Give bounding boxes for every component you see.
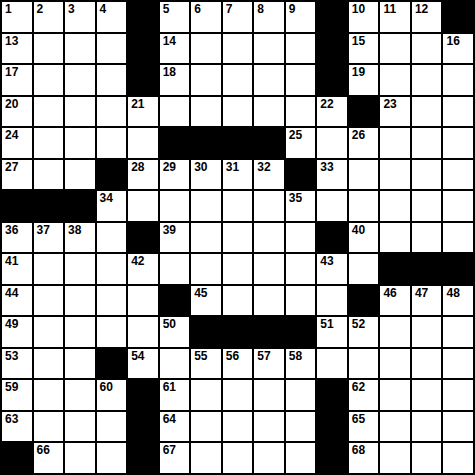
clue-number: 35 — [289, 191, 302, 205]
cell-r13c9[interactable] — [254, 380, 284, 410]
cell-r12c5[interactable]: 54 — [128, 349, 158, 379]
clue-number: 54 — [131, 349, 144, 363]
cell-r5c12[interactable]: 26 — [349, 128, 379, 158]
clue-number: 6 — [194, 2, 201, 16]
cell-r3c15[interactable] — [443, 65, 473, 95]
cell-r15c6[interactable]: 67 — [160, 443, 190, 473]
cell-r14c12[interactable]: 65 — [349, 412, 379, 442]
cell-r4c14[interactable] — [412, 97, 442, 127]
cell-r6c6[interactable]: 29 — [160, 160, 190, 190]
clue-number: 66 — [37, 443, 50, 457]
cell-r11c13[interactable] — [380, 317, 410, 347]
cell-r11c12[interactable]: 52 — [349, 317, 379, 347]
clue-number: 63 — [5, 412, 18, 426]
cell-r3c7[interactable] — [191, 65, 221, 95]
cell-r10c9[interactable] — [254, 286, 284, 316]
cell-r2c13[interactable] — [380, 34, 410, 64]
cell-r10c7[interactable]: 45 — [191, 286, 221, 316]
cell-r2c10[interactable] — [286, 34, 316, 64]
cell-r14c8[interactable] — [223, 412, 253, 442]
cell-r4c9[interactable] — [254, 97, 284, 127]
clue-number: 52 — [352, 317, 365, 331]
cell-r11c1[interactable]: 49 — [2, 317, 32, 347]
clue-number: 11 — [383, 2, 396, 16]
cell-r8c3[interactable]: 38 — [65, 223, 95, 253]
black-cell-r11c8 — [223, 317, 253, 347]
cell-r10c13[interactable]: 46 — [380, 286, 410, 316]
cell-r2c4[interactable] — [97, 34, 127, 64]
clue-number: 25 — [289, 128, 302, 142]
cell-r10c1[interactable]: 44 — [2, 286, 32, 316]
cell-r6c11[interactable]: 33 — [317, 160, 347, 190]
cell-r9c2[interactable] — [34, 254, 64, 284]
cell-r3c9[interactable] — [254, 65, 284, 95]
cell-r14c2[interactable] — [34, 412, 64, 442]
black-cell-r15c11 — [317, 443, 347, 473]
clue-number: 26 — [352, 128, 365, 142]
cell-r1c9[interactable]: 8 — [254, 2, 284, 32]
cell-r8c6[interactable]: 39 — [160, 223, 190, 253]
cell-r15c10[interactable] — [286, 443, 316, 473]
cell-r9c7[interactable] — [191, 254, 221, 284]
clue-number: 2 — [37, 2, 44, 16]
black-cell-r13c5 — [128, 380, 158, 410]
cell-r9c8[interactable] — [223, 254, 253, 284]
clue-number: 1 — [5, 2, 12, 16]
black-cell-r3c5 — [128, 65, 158, 95]
clue-number: 36 — [5, 223, 18, 237]
cell-r7c14[interactable] — [412, 191, 442, 221]
clue-number: 33 — [320, 160, 333, 174]
cell-r7c13[interactable] — [380, 191, 410, 221]
cell-r15c15[interactable] — [443, 443, 473, 473]
clue-number: 18 — [163, 65, 176, 79]
cell-r5c11[interactable] — [317, 128, 347, 158]
cell-r6c7[interactable]: 30 — [191, 160, 221, 190]
black-cell-r15c5 — [128, 443, 158, 473]
cell-r7c9[interactable] — [254, 191, 284, 221]
cell-r9c1[interactable]: 41 — [2, 254, 32, 284]
clue-number: 3 — [68, 2, 75, 16]
black-cell-r1c5 — [128, 2, 158, 32]
black-cell-r2c11 — [317, 34, 347, 64]
clue-number: 22 — [320, 97, 333, 111]
black-cell-r10c12 — [349, 286, 379, 316]
cell-r3c12[interactable]: 19 — [349, 65, 379, 95]
cell-r14c1[interactable]: 63 — [2, 412, 32, 442]
cell-r1c10[interactable]: 9 — [286, 2, 316, 32]
clue-number: 51 — [320, 317, 333, 331]
cell-r7c7[interactable] — [191, 191, 221, 221]
clue-number: 37 — [37, 223, 50, 237]
cell-r5c4[interactable] — [97, 128, 127, 158]
cell-r9c12[interactable] — [349, 254, 379, 284]
cell-r6c15[interactable] — [443, 160, 473, 190]
black-cell-r9c13 — [380, 254, 410, 284]
clue-number: 53 — [5, 349, 18, 363]
black-cell-r6c4 — [97, 160, 127, 190]
cell-r10c11[interactable] — [317, 286, 347, 316]
clue-number: 34 — [100, 191, 113, 205]
cell-r4c5[interactable]: 21 — [128, 97, 158, 127]
black-cell-r6c10 — [286, 160, 316, 190]
cell-r9c6[interactable] — [160, 254, 190, 284]
cell-r4c11[interactable]: 22 — [317, 97, 347, 127]
cell-r15c12[interactable]: 68 — [349, 443, 379, 473]
cell-r2c7[interactable] — [191, 34, 221, 64]
cell-r12c13[interactable] — [380, 349, 410, 379]
cell-r6c5[interactable]: 28 — [128, 160, 158, 190]
clue-number: 17 — [5, 65, 18, 79]
cell-r13c14[interactable] — [412, 380, 442, 410]
cell-r3c6[interactable]: 18 — [160, 65, 190, 95]
cell-r12c11[interactable] — [317, 349, 347, 379]
cell-r12c10[interactable]: 58 — [286, 349, 316, 379]
cell-r2c2[interactable] — [34, 34, 64, 64]
cell-r10c2[interactable] — [34, 286, 64, 316]
black-cell-r14c11 — [317, 412, 347, 442]
clue-number: 20 — [5, 97, 18, 111]
cell-r10c4[interactable] — [97, 286, 127, 316]
cell-r14c9[interactable] — [254, 412, 284, 442]
black-cell-r1c11 — [317, 2, 347, 32]
cell-r14c7[interactable] — [191, 412, 221, 442]
cell-r12c6[interactable] — [160, 349, 190, 379]
black-cell-r8c5 — [128, 223, 158, 253]
black-cell-r5c9 — [254, 128, 284, 158]
cell-r14c3[interactable] — [65, 412, 95, 442]
cell-r1c2[interactable]: 2 — [34, 2, 64, 32]
cell-r13c2[interactable] — [34, 380, 64, 410]
cell-r13c12[interactable]: 62 — [349, 380, 379, 410]
cell-r4c2[interactable] — [34, 97, 64, 127]
cell-r10c8[interactable] — [223, 286, 253, 316]
clue-number: 28 — [131, 160, 144, 174]
cell-r13c7[interactable] — [191, 380, 221, 410]
clue-number: 60 — [100, 380, 113, 394]
cell-r15c14[interactable] — [412, 443, 442, 473]
cell-r15c2[interactable]: 66 — [34, 443, 64, 473]
cell-r2c15[interactable]: 16 — [443, 34, 473, 64]
black-cell-r3c11 — [317, 65, 347, 95]
cell-r8c12[interactable]: 40 — [349, 223, 379, 253]
black-cell-r5c8 — [223, 128, 253, 158]
clue-number: 12 — [415, 2, 428, 16]
cell-r5c14[interactable] — [412, 128, 442, 158]
cell-r1c1[interactable]: 1 — [2, 2, 32, 32]
black-cell-r10c6 — [160, 286, 190, 316]
cell-r4c10[interactable] — [286, 97, 316, 127]
clue-number: 8 — [257, 2, 264, 16]
cell-r8c7[interactable] — [191, 223, 221, 253]
cell-r8c2[interactable]: 37 — [34, 223, 64, 253]
cell-r4c1[interactable]: 20 — [2, 97, 32, 127]
cell-r7c11[interactable] — [317, 191, 347, 221]
clue-number: 43 — [320, 254, 333, 268]
cell-r7c5[interactable] — [128, 191, 158, 221]
cell-r9c3[interactable] — [65, 254, 95, 284]
cell-r15c7[interactable] — [191, 443, 221, 473]
clue-number: 7 — [226, 2, 233, 16]
clue-number: 44 — [5, 286, 18, 300]
cell-r12c9[interactable]: 57 — [254, 349, 284, 379]
black-cell-r9c15 — [443, 254, 473, 284]
cell-r12c15[interactable] — [443, 349, 473, 379]
cell-r15c8[interactable] — [223, 443, 253, 473]
black-cell-r1c15 — [443, 2, 473, 32]
clue-number: 46 — [383, 286, 396, 300]
cell-r5c3[interactable] — [65, 128, 95, 158]
cell-r14c14[interactable] — [412, 412, 442, 442]
cell-r11c6[interactable]: 50 — [160, 317, 190, 347]
cell-r8c14[interactable] — [412, 223, 442, 253]
cell-r8c1[interactable]: 36 — [2, 223, 32, 253]
cell-r2c12[interactable]: 15 — [349, 34, 379, 64]
cell-r4c8[interactable] — [223, 97, 253, 127]
cell-r4c3[interactable] — [65, 97, 95, 127]
cell-r6c14[interactable] — [412, 160, 442, 190]
cell-r13c8[interactable] — [223, 380, 253, 410]
cell-r6c9[interactable]: 32 — [254, 160, 284, 190]
cell-r15c9[interactable] — [254, 443, 284, 473]
cell-r1c7[interactable]: 6 — [191, 2, 221, 32]
cell-r10c14[interactable]: 47 — [412, 286, 442, 316]
cell-r13c6[interactable]: 61 — [160, 380, 190, 410]
cell-r3c3[interactable] — [65, 65, 95, 95]
cell-r5c13[interactable] — [380, 128, 410, 158]
cell-r5c10[interactable]: 25 — [286, 128, 316, 158]
cell-r4c15[interactable] — [443, 97, 473, 127]
clue-number: 55 — [194, 349, 207, 363]
clue-number: 10 — [352, 2, 365, 16]
cell-r1c3[interactable]: 3 — [65, 2, 95, 32]
clue-number: 65 — [352, 412, 365, 426]
cell-r5c15[interactable] — [443, 128, 473, 158]
clue-number: 59 — [5, 380, 18, 394]
black-cell-r5c6 — [160, 128, 190, 158]
clue-number: 30 — [194, 160, 207, 174]
cell-r9c9[interactable] — [254, 254, 284, 284]
cell-r11c3[interactable] — [65, 317, 95, 347]
cell-r2c9[interactable] — [254, 34, 284, 64]
clue-number: 5 — [163, 2, 170, 16]
cell-r12c12[interactable] — [349, 349, 379, 379]
cell-r12c1[interactable]: 53 — [2, 349, 32, 379]
clue-number: 49 — [5, 317, 18, 331]
cell-r6c13[interactable] — [380, 160, 410, 190]
cell-r8c10[interactable] — [286, 223, 316, 253]
clue-number: 58 — [289, 349, 302, 363]
cell-r8c13[interactable] — [380, 223, 410, 253]
cell-r11c15[interactable] — [443, 317, 473, 347]
black-cell-r14c5 — [128, 412, 158, 442]
cell-r6c1[interactable]: 27 — [2, 160, 32, 190]
clue-number: 39 — [163, 223, 176, 237]
cell-r8c4[interactable] — [97, 223, 127, 253]
clue-number: 16 — [446, 34, 459, 48]
cell-r5c1[interactable]: 24 — [2, 128, 32, 158]
black-cell-r7c1 — [2, 191, 32, 221]
cell-r12c14[interactable] — [412, 349, 442, 379]
black-cell-r11c9 — [254, 317, 284, 347]
cell-r1c8[interactable]: 7 — [223, 2, 253, 32]
cell-r3c8[interactable] — [223, 65, 253, 95]
cell-r4c6[interactable] — [160, 97, 190, 127]
clue-number: 45 — [194, 286, 207, 300]
cell-r3c4[interactable] — [97, 65, 127, 95]
cell-r12c2[interactable] — [34, 349, 64, 379]
cell-r7c4[interactable]: 34 — [97, 191, 127, 221]
cell-r13c3[interactable] — [65, 380, 95, 410]
cell-r15c13[interactable] — [380, 443, 410, 473]
black-cell-r9c14 — [412, 254, 442, 284]
clue-number: 14 — [163, 34, 176, 48]
cell-r14c4[interactable] — [97, 412, 127, 442]
clue-number: 47 — [415, 286, 428, 300]
cell-r2c14[interactable] — [412, 34, 442, 64]
black-cell-r15c1 — [2, 443, 32, 473]
black-cell-r4c12 — [349, 97, 379, 127]
black-cell-r11c10 — [286, 317, 316, 347]
black-cell-r2c5 — [128, 34, 158, 64]
cell-r13c15[interactable] — [443, 380, 473, 410]
black-cell-r12c4 — [97, 349, 127, 379]
cell-r3c1[interactable]: 17 — [2, 65, 32, 95]
clue-number: 50 — [163, 317, 176, 331]
clue-number: 19 — [352, 65, 365, 79]
cell-r13c10[interactable] — [286, 380, 316, 410]
cell-r4c13[interactable]: 23 — [380, 97, 410, 127]
clue-number: 64 — [163, 412, 176, 426]
clue-number: 23 — [383, 97, 396, 111]
cell-r14c15[interactable] — [443, 412, 473, 442]
cell-r8c15[interactable] — [443, 223, 473, 253]
cell-r2c3[interactable] — [65, 34, 95, 64]
black-cell-r5c7 — [191, 128, 221, 158]
clue-number: 41 — [5, 254, 18, 268]
clue-number: 9 — [289, 2, 296, 16]
cell-r8c9[interactable] — [254, 223, 284, 253]
cell-r15c3[interactable] — [65, 443, 95, 473]
cell-r2c6[interactable]: 14 — [160, 34, 190, 64]
clue-number: 62 — [352, 380, 365, 394]
cell-r3c10[interactable] — [286, 65, 316, 95]
cell-r11c4[interactable] — [97, 317, 127, 347]
clue-number: 13 — [5, 34, 18, 48]
cell-r6c8[interactable]: 31 — [223, 160, 253, 190]
clue-number: 27 — [5, 160, 18, 174]
cell-r14c10[interactable] — [286, 412, 316, 442]
cell-r13c13[interactable] — [380, 380, 410, 410]
black-cell-r11c7 — [191, 317, 221, 347]
cell-r10c10[interactable] — [286, 286, 316, 316]
clue-number: 48 — [446, 286, 459, 300]
clue-number: 29 — [163, 160, 176, 174]
clue-number: 68 — [352, 443, 365, 457]
clue-number: 21 — [131, 97, 144, 111]
clue-number: 67 — [163, 443, 176, 457]
clue-number: 40 — [352, 223, 365, 237]
crossword-grid: 1234567891011121314151617181920212223242… — [0, 0, 475, 475]
cell-r4c7[interactable] — [191, 97, 221, 127]
cell-r3c2[interactable] — [34, 65, 64, 95]
cell-r6c3[interactable] — [65, 160, 95, 190]
cell-r14c13[interactable] — [380, 412, 410, 442]
cell-r11c5[interactable] — [128, 317, 158, 347]
cell-r8c8[interactable] — [223, 223, 253, 253]
cell-r11c14[interactable] — [412, 317, 442, 347]
clue-number: 38 — [68, 223, 81, 237]
cell-r9c4[interactable] — [97, 254, 127, 284]
black-cell-r7c3 — [65, 191, 95, 221]
clue-number: 61 — [163, 380, 176, 394]
cell-r3c13[interactable] — [380, 65, 410, 95]
clue-number: 31 — [226, 160, 239, 174]
cell-r12c7[interactable]: 55 — [191, 349, 221, 379]
cell-r13c1[interactable]: 59 — [2, 380, 32, 410]
cell-r15c4[interactable] — [97, 443, 127, 473]
black-cell-r13c11 — [317, 380, 347, 410]
cell-r9c10[interactable] — [286, 254, 316, 284]
cell-r5c2[interactable] — [34, 128, 64, 158]
cell-r1c13[interactable]: 11 — [380, 2, 410, 32]
black-cell-r8c11 — [317, 223, 347, 253]
cell-r9c5[interactable]: 42 — [128, 254, 158, 284]
cell-r1c4[interactable]: 4 — [97, 2, 127, 32]
cell-r14c6[interactable]: 64 — [160, 412, 190, 442]
cell-r6c12[interactable] — [349, 160, 379, 190]
cell-r2c1[interactable]: 13 — [2, 34, 32, 64]
cell-r11c11[interactable]: 51 — [317, 317, 347, 347]
cell-r12c8[interactable]: 56 — [223, 349, 253, 379]
cell-r12c3[interactable] — [65, 349, 95, 379]
cell-r1c6[interactable]: 5 — [160, 2, 190, 32]
clue-number: 24 — [5, 128, 18, 142]
cell-r11c2[interactable] — [34, 317, 64, 347]
clue-number: 4 — [100, 2, 107, 16]
clue-number: 57 — [257, 349, 270, 363]
cell-r7c15[interactable] — [443, 191, 473, 221]
cell-r2c8[interactable] — [223, 34, 253, 64]
cell-r3c14[interactable] — [412, 65, 442, 95]
cell-r7c12[interactable] — [349, 191, 379, 221]
cell-r7c8[interactable] — [223, 191, 253, 221]
cell-r13c4[interactable]: 60 — [97, 380, 127, 410]
cell-r1c12[interactable]: 10 — [349, 2, 379, 32]
cell-r10c5[interactable] — [128, 286, 158, 316]
cell-r5c5[interactable] — [128, 128, 158, 158]
cell-r4c4[interactable] — [97, 97, 127, 127]
cell-r7c6[interactable] — [160, 191, 190, 221]
cell-r10c15[interactable]: 48 — [443, 286, 473, 316]
clue-number: 32 — [257, 160, 270, 174]
clue-number: 15 — [352, 34, 365, 48]
cell-r1c14[interactable]: 12 — [412, 2, 442, 32]
cell-r6c2[interactable] — [34, 160, 64, 190]
clue-number: 42 — [131, 254, 144, 268]
cell-r9c11[interactable]: 43 — [317, 254, 347, 284]
cell-r10c3[interactable] — [65, 286, 95, 316]
black-cell-r7c2 — [34, 191, 64, 221]
cell-r7c10[interactable]: 35 — [286, 191, 316, 221]
clue-number: 56 — [226, 349, 239, 363]
